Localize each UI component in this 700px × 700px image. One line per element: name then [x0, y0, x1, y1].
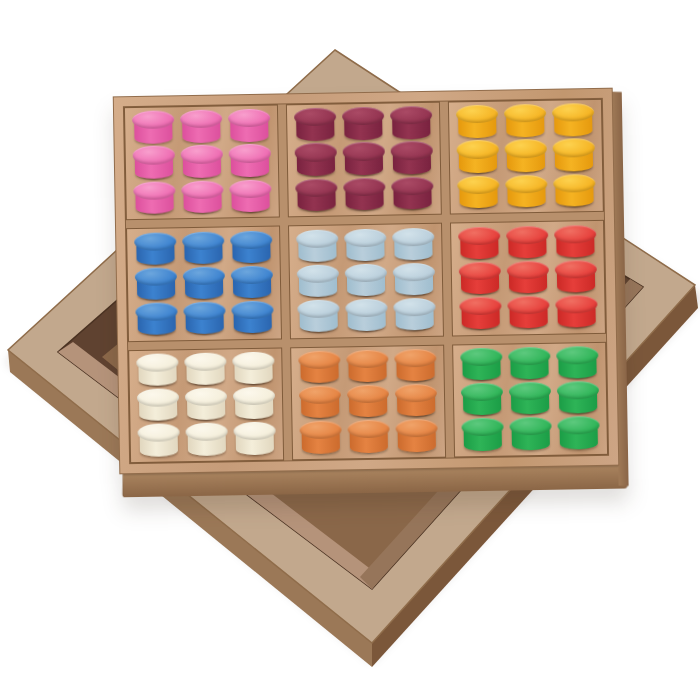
- peg-green[interactable]: [509, 347, 551, 380]
- peg-blue[interactable]: [184, 301, 226, 334]
- cell-r7c9[interactable]: [553, 346, 602, 382]
- peg-top-face: [392, 176, 434, 195]
- cell-r2c3[interactable]: [226, 144, 275, 180]
- peg-red[interactable]: [556, 295, 598, 328]
- cell-r2c6[interactable]: [388, 141, 437, 177]
- cell-r5c4[interactable]: [294, 264, 343, 300]
- peg-top-face: [182, 231, 224, 250]
- cell-r4c2[interactable]: [179, 231, 228, 267]
- cell-r4c3[interactable]: [227, 230, 276, 266]
- cell-r3c7[interactable]: [454, 175, 503, 211]
- peg-red[interactable]: [459, 261, 501, 294]
- peg-blue[interactable]: [182, 231, 224, 264]
- peg-top-face: [343, 142, 385, 161]
- cell-r9c6[interactable]: [392, 419, 441, 455]
- cell-r2c5[interactable]: [340, 142, 389, 178]
- peg-top-face: [296, 229, 338, 248]
- peg-red[interactable]: [508, 296, 550, 329]
- box-r2c1: [126, 226, 282, 342]
- cell-r7c2[interactable]: [181, 352, 230, 388]
- peg-yellow[interactable]: [506, 174, 548, 207]
- peg-blue[interactable]: [136, 302, 178, 335]
- box-r3c1: [128, 347, 284, 463]
- cell-r5c3[interactable]: [228, 265, 277, 301]
- cell-r2c1[interactable]: [130, 145, 179, 181]
- cell-r1c2[interactable]: [177, 109, 226, 145]
- box-r1c2: [286, 102, 442, 218]
- peg-blue[interactable]: [231, 265, 273, 298]
- peg-cream-white[interactable]: [186, 423, 228, 456]
- cell-r8c6[interactable]: [392, 383, 441, 419]
- peg-red[interactable]: [460, 297, 502, 330]
- peg-yellow[interactable]: [552, 103, 594, 136]
- peg-yellow[interactable]: [553, 138, 595, 171]
- peg-maroon[interactable]: [295, 143, 337, 176]
- cell-r7c8[interactable]: [505, 346, 554, 382]
- board-top-surface: [113, 88, 620, 475]
- peg-maroon[interactable]: [390, 106, 432, 139]
- cell-r9c3[interactable]: [230, 421, 279, 457]
- peg-maroon[interactable]: [296, 178, 338, 211]
- peg-top-face: [296, 178, 338, 197]
- peg-top-face: [295, 143, 337, 162]
- cell-r3c4[interactable]: [292, 178, 341, 214]
- peg-top-face: [505, 139, 547, 158]
- cell-r3c3[interactable]: [226, 179, 275, 215]
- cell-r4c8[interactable]: [503, 225, 552, 261]
- cell-r9c9[interactable]: [554, 416, 603, 452]
- peg-top-face: [182, 180, 224, 199]
- cell-r5c7[interactable]: [456, 261, 505, 297]
- peg-cream-white[interactable]: [185, 388, 227, 421]
- peg-cream-white[interactable]: [233, 387, 275, 420]
- peg-orange[interactable]: [395, 384, 437, 417]
- peg-blue[interactable]: [183, 266, 225, 299]
- peg-green[interactable]: [461, 348, 503, 381]
- peg-top-face: [230, 230, 272, 249]
- peg-pink[interactable]: [180, 110, 222, 143]
- cell-r6c3[interactable]: [228, 300, 277, 336]
- peg-top-face: [229, 144, 271, 163]
- cell-r5c8[interactable]: [504, 260, 553, 296]
- cell-r9c2[interactable]: [182, 422, 231, 458]
- cell-r8c5[interactable]: [344, 384, 393, 420]
- cell-r7c7[interactable]: [457, 347, 506, 383]
- cell-r4c4[interactable]: [293, 229, 342, 265]
- peg-orange[interactable]: [396, 419, 438, 452]
- cell-r4c6[interactable]: [389, 227, 438, 263]
- peg-green[interactable]: [510, 417, 552, 450]
- peg-cream-white[interactable]: [137, 388, 179, 421]
- box-r2c3: [450, 220, 606, 336]
- peg-pink[interactable]: [181, 145, 223, 178]
- box-r3c2: [290, 344, 446, 460]
- peg-light-blue[interactable]: [297, 264, 339, 297]
- cell-r3c8[interactable]: [502, 174, 551, 210]
- cell-r7c6[interactable]: [391, 348, 440, 384]
- cell-r7c4[interactable]: [295, 350, 344, 386]
- peg-green[interactable]: [462, 418, 504, 451]
- peg-pink[interactable]: [132, 111, 174, 144]
- cell-r1c5[interactable]: [339, 107, 388, 143]
- cell-r3c9[interactable]: [550, 173, 599, 209]
- cell-r8c4[interactable]: [296, 385, 345, 421]
- peg-top-face: [554, 225, 596, 244]
- peg-top-face: [458, 226, 500, 245]
- peg-maroon[interactable]: [342, 107, 384, 140]
- cell-r3c1[interactable]: [130, 180, 179, 216]
- peg-light-blue[interactable]: [344, 228, 386, 261]
- cell-r1c1[interactable]: [129, 110, 178, 146]
- peg-orange[interactable]: [348, 420, 390, 453]
- cell-r5c6[interactable]: [390, 262, 439, 298]
- peg-blue[interactable]: [134, 232, 176, 265]
- peg-pink[interactable]: [133, 146, 175, 179]
- peg-yellow[interactable]: [505, 139, 547, 172]
- cell-r4c5[interactable]: [341, 228, 390, 264]
- peg-top-face: [506, 225, 548, 244]
- cell-r1c4[interactable]: [291, 107, 340, 143]
- peg-blue[interactable]: [135, 267, 177, 300]
- box-r3c3: [452, 341, 608, 457]
- cell-r6c7[interactable]: [456, 296, 505, 332]
- box-r2c2: [288, 223, 444, 339]
- cell-r8c2[interactable]: [182, 387, 231, 423]
- cell-r8c7[interactable]: [458, 382, 507, 418]
- cell-r6c8[interactable]: [504, 295, 553, 331]
- peg-light-blue[interactable]: [296, 229, 338, 262]
- box-r1c1: [124, 105, 280, 221]
- peg-light-blue[interactable]: [394, 298, 436, 331]
- cell-r6c5[interactable]: [342, 298, 391, 334]
- cell-r8c9[interactable]: [554, 381, 603, 417]
- peg-top-face: [230, 179, 272, 198]
- peg-top-face: [554, 174, 596, 193]
- cell-r1c7[interactable]: [453, 105, 502, 141]
- cell-r4c7[interactable]: [455, 226, 504, 262]
- peg-maroon[interactable]: [343, 142, 385, 175]
- cell-r2c4[interactable]: [292, 143, 341, 179]
- peg-green[interactable]: [557, 381, 599, 414]
- peg-top-face: [457, 140, 499, 159]
- cell-r7c3[interactable]: [229, 351, 278, 387]
- peg-light-blue[interactable]: [393, 263, 435, 296]
- peg-yellow[interactable]: [456, 105, 498, 138]
- cell-r1c9[interactable]: [549, 103, 598, 139]
- peg-top-face: [344, 177, 386, 196]
- peg-green[interactable]: [509, 382, 551, 415]
- peg-top-face: [391, 141, 433, 160]
- peg-red[interactable]: [555, 260, 597, 293]
- peg-blue[interactable]: [232, 301, 274, 334]
- cell-r2c7[interactable]: [454, 140, 503, 176]
- cell-r9c4[interactable]: [296, 420, 345, 456]
- peg-green[interactable]: [461, 383, 503, 416]
- peg-light-blue[interactable]: [345, 263, 387, 296]
- cell-r6c9[interactable]: [552, 294, 601, 330]
- peg-top-face: [134, 181, 176, 200]
- peg-maroon[interactable]: [391, 141, 433, 174]
- cell-r5c5[interactable]: [342, 263, 391, 299]
- peg-pink[interactable]: [134, 181, 176, 214]
- peg-pink[interactable]: [182, 180, 224, 213]
- cell-r8c1[interactable]: [134, 388, 183, 424]
- peg-orange[interactable]: [299, 350, 341, 383]
- cell-r9c7[interactable]: [458, 417, 507, 453]
- peg-orange[interactable]: [347, 350, 389, 383]
- cell-r8c3[interactable]: [230, 386, 279, 422]
- peg-yellow[interactable]: [457, 140, 499, 173]
- peg-top-face: [181, 145, 223, 164]
- cell-r7c5[interactable]: [343, 349, 392, 385]
- peg-orange[interactable]: [395, 349, 437, 382]
- peg-cream-white[interactable]: [137, 353, 179, 386]
- cell-r5c9[interactable]: [552, 259, 601, 295]
- peg-top-face: [392, 227, 434, 246]
- cell-r2c8[interactable]: [502, 139, 551, 175]
- peg-orange[interactable]: [300, 421, 342, 454]
- peg-green[interactable]: [557, 346, 599, 379]
- peg-cream-white[interactable]: [138, 424, 180, 457]
- box-r1c3: [448, 99, 604, 215]
- peg-pink[interactable]: [230, 179, 272, 212]
- peg-green[interactable]: [558, 416, 600, 449]
- peg-red[interactable]: [458, 226, 500, 259]
- cell-r4c9[interactable]: [551, 224, 600, 260]
- cell-r8c8[interactable]: [506, 382, 555, 418]
- cell-r1c6[interactable]: [387, 106, 436, 142]
- peg-cream-white[interactable]: [234, 422, 276, 455]
- cell-r9c1[interactable]: [134, 423, 183, 459]
- peg-cream-white[interactable]: [185, 352, 227, 385]
- sudoku-board: [113, 88, 620, 475]
- peg-red[interactable]: [506, 225, 548, 258]
- peg-yellow[interactable]: [504, 104, 546, 137]
- cell-r9c5[interactable]: [344, 419, 393, 455]
- cell-r1c8[interactable]: [501, 104, 550, 140]
- board-grid: [123, 98, 609, 464]
- peg-top-face: [506, 174, 548, 193]
- peg-top-face: [344, 228, 386, 247]
- cell-r6c6[interactable]: [390, 297, 439, 333]
- peg-light-blue[interactable]: [346, 299, 388, 332]
- peg-yellow[interactable]: [458, 175, 500, 208]
- peg-pink[interactable]: [229, 144, 271, 177]
- cell-r6c1[interactable]: [132, 302, 181, 338]
- peg-yellow[interactable]: [554, 174, 596, 207]
- peg-blue[interactable]: [230, 230, 272, 263]
- peg-cream-white[interactable]: [233, 352, 275, 385]
- cell-r2c9[interactable]: [550, 138, 599, 174]
- peg-pink[interactable]: [228, 109, 270, 142]
- peg-top-face: [134, 232, 176, 251]
- cell-r1c3[interactable]: [225, 109, 274, 145]
- cell-r3c6[interactable]: [388, 176, 437, 212]
- peg-red[interactable]: [507, 261, 549, 294]
- cell-r3c5[interactable]: [340, 177, 389, 213]
- peg-maroon[interactable]: [294, 108, 336, 141]
- cell-r5c1[interactable]: [132, 267, 181, 303]
- peg-orange[interactable]: [299, 386, 341, 419]
- cell-r4c1[interactable]: [131, 232, 180, 268]
- peg-light-blue[interactable]: [298, 299, 340, 332]
- cell-r6c2[interactable]: [180, 301, 229, 337]
- peg-red[interactable]: [554, 225, 596, 258]
- peg-maroon[interactable]: [392, 176, 434, 209]
- peg-light-blue[interactable]: [392, 227, 434, 260]
- peg-maroon[interactable]: [344, 177, 386, 210]
- product-photo-scene: [0, 0, 700, 700]
- peg-orange[interactable]: [347, 385, 389, 418]
- peg-top-face: [553, 138, 595, 157]
- cell-r5c2[interactable]: [180, 266, 229, 302]
- cell-r7c1[interactable]: [133, 353, 182, 389]
- cell-r9c8[interactable]: [506, 417, 555, 453]
- peg-top-face: [458, 175, 500, 194]
- peg-top-face: [133, 146, 175, 165]
- cell-r3c2[interactable]: [178, 180, 227, 216]
- cell-r6c4[interactable]: [294, 299, 343, 335]
- cell-r2c2[interactable]: [178, 145, 227, 181]
